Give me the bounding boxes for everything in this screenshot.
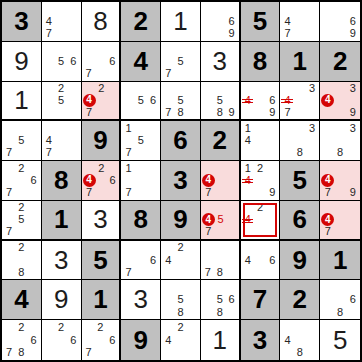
candidate-grid: 457 — [202, 202, 238, 238]
candidate-2: 2 — [174, 242, 186, 254]
given-digit: 4 — [2, 280, 41, 319]
candidate-5: 5 — [214, 294, 226, 306]
candidate-grid: 48 — [281, 321, 318, 359]
cell-r6c2[interactable]: 1 — [42, 201, 82, 241]
candidate-1: 1 — [122, 162, 134, 174]
candidate-6: 6 — [147, 254, 159, 266]
cell-r6c1[interactable]: 257 — [2, 201, 42, 241]
candidate-7: 7 — [83, 346, 95, 359]
given-digit: 9 — [82, 121, 120, 160]
candidate-8: 8 — [214, 266, 226, 278]
candidate-grid: 469 — [242, 83, 279, 119]
candidate-5: 5 — [15, 135, 27, 147]
candidate-9: 9 — [226, 28, 238, 40]
cell-r3c6[interactable]: 589 — [201, 82, 241, 122]
cell-r7c9[interactable]: 1 — [320, 241, 360, 281]
cell-r1c4[interactable]: 2 — [121, 2, 161, 42]
solved-digit: 9 — [2, 42, 41, 81]
candidate-4-circled: 4 — [321, 174, 334, 187]
candidate-6: 6 — [226, 294, 238, 306]
cell-r1c2[interactable]: 47 — [42, 2, 82, 42]
cell-r5c6[interactable]: 47 — [201, 161, 241, 201]
cell-r6c3[interactable]: 3 — [82, 201, 122, 241]
candidate-4-struck: 4 — [242, 94, 254, 106]
candidate-2: 2 — [254, 162, 266, 174]
cell-r9c7[interactable]: 3 — [241, 320, 281, 360]
candidate-1: 1 — [242, 122, 254, 134]
cell-r1c8[interactable]: 47 — [280, 2, 320, 42]
candidate-grid: 267 — [3, 162, 40, 199]
cell-r2c7[interactable]: 8 — [241, 42, 281, 82]
cell-r3c1[interactable]: 1 — [2, 82, 42, 122]
candidate-5: 5 — [174, 55, 186, 67]
candidate-grid: 247 — [83, 83, 119, 119]
given-digit: 5 — [280, 161, 319, 200]
given-digit: 2 — [121, 2, 160, 41]
candidate-4-circled: 4 — [202, 174, 215, 187]
given-digit: 2 — [201, 121, 239, 160]
candidate-4-circled: 4 — [321, 94, 334, 107]
cell-r3c4[interactable]: 56 — [121, 82, 161, 122]
given-digit: 5 — [82, 241, 120, 280]
candidate-4-circled: 4 — [202, 213, 215, 226]
candidate-5: 5 — [135, 135, 147, 147]
cell-r5c9[interactable]: 479 — [320, 161, 360, 201]
cell-r9c9[interactable]: 5 — [320, 320, 360, 360]
given-digit: 1 — [42, 201, 81, 239]
candidate-6: 6 — [346, 15, 359, 27]
candidate-grid: 578 — [162, 83, 199, 119]
cell-r3c7[interactable]: 469 — [241, 82, 281, 122]
solved-digit: 3 — [82, 201, 120, 239]
cell-r8c5[interactable]: 58 — [161, 280, 201, 320]
candidate-4: 4 — [162, 334, 174, 347]
cell-r9c4[interactable]: 9 — [121, 320, 161, 360]
candidate-7: 7 — [83, 107, 96, 118]
candidate-7: 7 — [162, 67, 174, 79]
candidate-grid: 56 — [122, 83, 159, 119]
cell-r2c3[interactable]: 67 — [82, 42, 122, 82]
candidate-4: 4 — [43, 135, 55, 147]
cell-r9c1[interactable]: 2678 — [2, 320, 42, 360]
cell-r4c6[interactable]: 2 — [201, 121, 241, 161]
candidate-8: 8 — [174, 106, 186, 118]
candidate-grid: 25 — [43, 83, 80, 119]
candidate-grid: 347 — [281, 83, 318, 119]
candidate-7: 7 — [281, 106, 293, 118]
candidate-9: 9 — [226, 106, 238, 118]
candidate-2: 2 — [55, 321, 67, 334]
candidate-grid: 24 — [162, 242, 199, 279]
candidate-7: 7 — [3, 187, 15, 199]
given-digit: 9 — [121, 320, 160, 360]
given-digit: 6 — [280, 201, 319, 239]
candidate-grid: 47 — [281, 3, 318, 40]
cell-r2c4[interactable]: 4 — [121, 42, 161, 82]
cell-r9c3[interactable]: 267 — [82, 320, 122, 360]
cell-r7c7[interactable]: 46 — [241, 241, 281, 281]
given-digit: 1 — [82, 280, 120, 319]
cell-r9c5[interactable]: 24 — [161, 320, 201, 360]
candidate-8: 8 — [174, 306, 186, 318]
candidate-7: 7 — [281, 28, 293, 40]
candidate-7: 7 — [3, 147, 15, 159]
cell-r4c4[interactable]: 157 — [121, 121, 161, 161]
candidate-6: 6 — [28, 334, 40, 347]
candidate-4-circled: 4 — [83, 94, 96, 107]
candidate-8: 8 — [294, 147, 306, 159]
cell-r5c8[interactable]: 5 — [280, 161, 320, 201]
given-digit: 3 — [241, 320, 280, 360]
solved-digit: 1 — [201, 320, 239, 360]
candidate-2: 2 — [15, 321, 27, 334]
candidate-2: 2 — [254, 202, 266, 214]
cell-r1c7[interactable]: 5 — [241, 2, 281, 42]
given-digit: 2 — [280, 280, 319, 319]
candidate-grid: 479 — [321, 162, 359, 199]
candidate-9: 9 — [266, 187, 278, 199]
cell-r3c2[interactable]: 25 — [42, 82, 82, 122]
cell-r7c5[interactable]: 24 — [161, 241, 201, 281]
solved-digit: 3 — [121, 280, 160, 319]
candidate-grid: 47 — [202, 162, 238, 199]
cell-r9c2[interactable]: 26 — [42, 320, 82, 360]
candidate-2: 2 — [174, 321, 186, 334]
candidate-4: 4 — [281, 334, 293, 347]
candidate-5: 5 — [174, 294, 186, 306]
given-digit: 3 — [161, 161, 200, 200]
candidate-6: 6 — [226, 15, 238, 27]
cell-r9c8[interactable]: 48 — [280, 320, 320, 360]
candidate-2: 2 — [94, 321, 106, 334]
candidate-grid: 69 — [321, 3, 359, 40]
cell-r9c6[interactable]: 1 — [201, 320, 241, 360]
cell-r2c6[interactable]: 3 — [201, 42, 241, 82]
cell-r5c5[interactable]: 3 — [161, 161, 201, 201]
given-digit: 8 — [241, 42, 280, 81]
candidate-7: 7 — [43, 147, 55, 159]
cell-r2c1[interactable]: 9 — [2, 42, 42, 82]
candidate-grid: 46 — [242, 242, 279, 279]
candidate-grid: 349 — [321, 83, 359, 119]
candidate-6: 6 — [106, 334, 118, 347]
candidate-9: 9 — [347, 187, 359, 199]
solved-digit: 3 — [201, 42, 239, 81]
cell-r5c1[interactable]: 267 — [2, 161, 42, 201]
cell-r2c5[interactable]: 57 — [161, 42, 201, 82]
cell-r4c8[interactable]: 38 — [280, 121, 320, 161]
candidate-4: 4 — [43, 15, 55, 27]
candidate-grid: 38 — [321, 122, 359, 159]
given-digit: 2 — [320, 42, 360, 81]
cell-r8c8[interactable]: 2 — [280, 280, 320, 320]
candidate-grid: 17 — [122, 162, 159, 199]
candidate-grid: 24 — [162, 321, 199, 359]
solved-digit: 5 — [320, 320, 360, 360]
candidate-3: 3 — [347, 83, 359, 94]
candidate-2: 2 — [15, 202, 27, 214]
cell-r1c3[interactable]: 8 — [82, 2, 122, 42]
cell-r4c7[interactable]: 14 — [241, 121, 281, 161]
candidate-4-struck: 4 — [281, 94, 293, 106]
cell-r5c4[interactable]: 17 — [121, 161, 161, 201]
candidate-7: 7 — [122, 187, 134, 199]
candidate-1: 1 — [242, 162, 254, 174]
candidate-4-circled: 4 — [83, 174, 96, 187]
solved-digit: 8 — [82, 2, 120, 41]
candidate-7: 7 — [122, 266, 134, 278]
candidate-grid: 1249 — [242, 162, 279, 199]
cell-r8c7[interactable]: 7 — [241, 280, 281, 320]
candidate-7: 7 — [83, 187, 96, 199]
candidate-2: 2 — [96, 83, 107, 94]
candidate-grid: 68 — [321, 281, 359, 318]
given-digit: 1 — [320, 241, 360, 280]
cell-r1c6[interactable]: 69 — [201, 2, 241, 42]
candidate-3: 3 — [306, 122, 318, 134]
cell-r3c8[interactable]: 347 — [280, 82, 320, 122]
candidate-7: 7 — [83, 67, 95, 79]
candidate-4: 4 — [281, 15, 293, 27]
cell-r4c9[interactable]: 38 — [320, 121, 360, 161]
solved-digit: 9 — [42, 280, 81, 319]
candidate-2: 2 — [15, 162, 27, 174]
candidate-grid: 57 — [162, 43, 199, 80]
cell-r6c8[interactable]: 6 — [280, 201, 320, 241]
candidate-5: 5 — [174, 94, 186, 106]
cell-r4c5[interactable]: 6 — [161, 121, 201, 161]
candidate-grid: 67 — [83, 43, 119, 80]
candidate-grid: 157 — [122, 122, 159, 159]
cell-r6c4[interactable]: 8 — [121, 201, 161, 241]
candidate-5: 5 — [135, 94, 147, 106]
candidate-5: 5 — [55, 94, 67, 106]
cell-r8c3[interactable]: 1 — [82, 280, 122, 320]
solved-digit: 1 — [161, 2, 200, 41]
candidate-8: 8 — [214, 306, 226, 318]
candidate-8: 8 — [15, 346, 27, 359]
sudoku-board: 3478216954769956674573812125247565785894… — [0, 0, 362, 362]
candidate-6: 6 — [107, 174, 118, 187]
given-digit: 9 — [280, 241, 319, 280]
cell-r2c8[interactable]: 1 — [280, 42, 320, 82]
cell-r6c6[interactable]: 457 — [201, 201, 241, 241]
cell-r4c2[interactable]: 47 — [42, 121, 82, 161]
candidate-grid: 47 — [321, 202, 359, 238]
candidate-grid: 56 — [43, 43, 80, 80]
candidate-7: 7 — [122, 147, 134, 159]
cell-r7c1[interactable]: 28 — [2, 241, 42, 281]
candidate-6: 6 — [346, 294, 359, 306]
candidate-6: 6 — [266, 254, 278, 266]
candidate-7: 7 — [3, 226, 15, 238]
cell-r8c1[interactable]: 4 — [2, 280, 42, 320]
candidate-5: 5 — [55, 55, 67, 67]
candidate-4: 4 — [242, 254, 254, 266]
candidate-6: 6 — [67, 55, 79, 67]
candidate-7: 7 — [3, 346, 15, 359]
candidate-grid: 568 — [202, 281, 238, 318]
candidate-grid: 78 — [202, 242, 238, 279]
candidate-4-circled: 4 — [321, 213, 334, 226]
cell-r7c3[interactable]: 5 — [82, 241, 122, 281]
cell-r5c7[interactable]: 1249 — [241, 161, 281, 201]
cell-r7c2[interactable]: 3 — [42, 241, 82, 281]
candidate-grid: 26 — [43, 321, 80, 359]
candidate-7: 7 — [202, 187, 215, 199]
candidate-4-struck: 4 — [242, 214, 254, 226]
solved-digit: 1 — [2, 82, 41, 120]
candidate-grid: 57 — [3, 122, 40, 159]
given-digit: 8 — [42, 161, 81, 200]
given-digit: 8 — [121, 201, 160, 239]
candidate-7: 7 — [321, 226, 334, 237]
candidate-5: 5 — [15, 214, 27, 226]
candidate-7: 7 — [321, 187, 334, 199]
given-digit: 4 — [121, 42, 160, 81]
candidate-grid: 28 — [3, 242, 40, 279]
cell-r7c6[interactable]: 78 — [201, 241, 241, 281]
cell-r8c6[interactable]: 568 — [201, 280, 241, 320]
cell-r1c5[interactable]: 1 — [161, 2, 201, 42]
candidate-grid: 267 — [83, 321, 119, 359]
candidate-6: 6 — [28, 174, 40, 186]
cell-r8c4[interactable]: 3 — [121, 280, 161, 320]
candidate-7: 7 — [162, 106, 174, 118]
candidate-8: 8 — [334, 306, 347, 318]
cell-r2c2[interactable]: 56 — [42, 42, 82, 82]
candidate-4: 4 — [242, 135, 254, 147]
cell-r2c9[interactable]: 2 — [320, 42, 360, 82]
candidate-grid: 24 — [242, 202, 279, 238]
candidate-6: 6 — [266, 94, 278, 106]
given-digit: 6 — [161, 121, 200, 160]
candidate-5: 5 — [214, 94, 226, 106]
cell-r3c3[interactable]: 247 — [82, 82, 122, 122]
cell-r5c2[interactable]: 8 — [42, 161, 82, 201]
candidate-7: 7 — [202, 266, 214, 278]
candidate-4: 4 — [162, 254, 174, 266]
candidate-grid: 14 — [242, 122, 279, 159]
candidate-2: 2 — [96, 162, 107, 174]
candidate-grid: 47 — [43, 122, 80, 159]
candidate-7: 7 — [43, 28, 55, 40]
candidate-2: 2 — [15, 242, 27, 254]
given-digit: 9 — [161, 201, 200, 239]
cell-r3c9[interactable]: 349 — [320, 82, 360, 122]
candidate-8: 8 — [15, 266, 27, 278]
cell-r6c9[interactable]: 47 — [320, 201, 360, 241]
candidate-6: 6 — [67, 334, 79, 347]
cell-r1c9[interactable]: 69 — [320, 2, 360, 42]
candidate-grid: 38 — [281, 122, 318, 159]
candidate-6: 6 — [147, 94, 159, 106]
cell-r3c5[interactable]: 578 — [161, 82, 201, 122]
candidate-9: 9 — [347, 107, 359, 118]
candidate-grid: 2467 — [83, 162, 119, 199]
cell-r4c1[interactable]: 57 — [2, 121, 42, 161]
given-digit: 5 — [241, 2, 280, 41]
candidate-grid: 69 — [202, 3, 238, 40]
candidate-grid: 58 — [162, 281, 199, 318]
candidate-8: 8 — [294, 346, 306, 359]
cell-r6c5[interactable]: 9 — [161, 201, 201, 241]
candidate-8: 8 — [214, 106, 226, 118]
given-digit: 7 — [241, 280, 280, 319]
candidate-8: 8 — [334, 147, 347, 159]
candidate-3: 3 — [306, 83, 318, 95]
candidate-grid: 47 — [43, 3, 80, 40]
candidate-4-struck: 4 — [242, 174, 254, 186]
candidate-grid: 2678 — [3, 321, 40, 359]
cell-r1c1[interactable]: 3 — [2, 2, 42, 42]
candidate-grid: 257 — [3, 202, 40, 238]
cell-r7c8[interactable]: 9 — [280, 241, 320, 281]
cell-r8c9[interactable]: 68 — [320, 280, 360, 320]
solved-digit: 3 — [42, 241, 81, 280]
candidate-3: 3 — [346, 122, 359, 134]
cell-r6c7[interactable]: 24 — [241, 201, 281, 241]
candidate-5-red: 5 — [215, 213, 226, 226]
given-digit: 3 — [2, 2, 41, 41]
candidate-7: 7 — [202, 226, 215, 237]
candidate-grid: 67 — [122, 242, 159, 279]
cell-r7c4[interactable]: 67 — [121, 241, 161, 281]
candidate-2: 2 — [55, 83, 67, 95]
cell-r4c3[interactable]: 9 — [82, 121, 122, 161]
candidate-9: 9 — [266, 106, 278, 118]
candidate-1: 1 — [122, 122, 134, 134]
cell-r5c3[interactable]: 2467 — [82, 161, 122, 201]
candidate-grid: 589 — [202, 83, 238, 119]
candidate-9: 9 — [346, 28, 359, 40]
candidate-6: 6 — [106, 55, 118, 67]
cell-r8c2[interactable]: 9 — [42, 280, 82, 320]
given-digit: 1 — [280, 42, 319, 81]
